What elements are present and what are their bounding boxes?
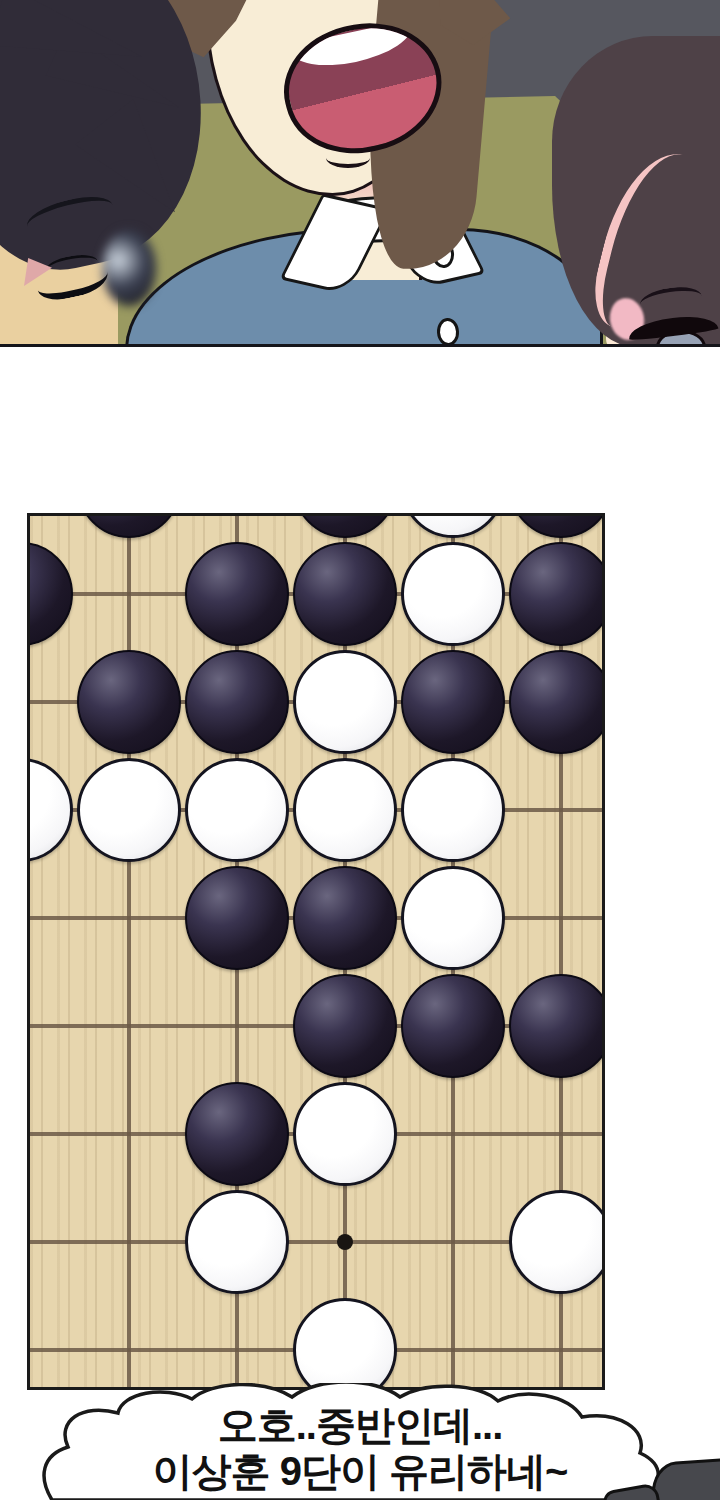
stone-white: [401, 866, 505, 970]
go-board: [27, 513, 605, 1390]
stone-white: [77, 758, 181, 862]
star-point: [337, 1234, 353, 1250]
center-character-chin-line: [326, 148, 370, 168]
stone-black: [509, 542, 605, 646]
grid-line-vertical: [127, 516, 131, 1387]
stone-white: [401, 542, 505, 646]
stone-black: [77, 650, 181, 754]
stone-black: [293, 974, 397, 1078]
speech-bubble: 오호..중반인데... 이상훈 9단이 유리하네~: [38, 1383, 682, 1500]
stone-white: [293, 650, 397, 754]
panel-border: [0, 344, 720, 347]
comic-panel-characters: [0, 0, 720, 347]
blurred-go-bowl: [102, 230, 156, 306]
stone-white: [509, 1190, 605, 1294]
stone-black: [185, 542, 289, 646]
stone-black: [509, 974, 605, 1078]
stone-black: [509, 650, 605, 754]
stone-white: [401, 513, 505, 538]
stone-black: [293, 513, 397, 538]
stone-white: [293, 1298, 397, 1390]
stone-black: [27, 542, 73, 646]
stone-white: [185, 1190, 289, 1294]
stone-black: [293, 542, 397, 646]
stone-black: [77, 513, 181, 538]
stone-white: [401, 758, 505, 862]
bubble-text-line2: 이상훈 9단이 유리하네~: [38, 1449, 682, 1493]
stone-black: [185, 1082, 289, 1186]
stone-white: [293, 1082, 397, 1186]
stone-white: [293, 758, 397, 862]
stone-black: [185, 650, 289, 754]
webtoon-page: 오호..중반인데... 이상훈 9단이 유리하네~: [0, 0, 720, 1500]
stone-black: [401, 974, 505, 1078]
stone-black: [509, 513, 605, 538]
stone-black: [401, 650, 505, 754]
stone-black: [185, 866, 289, 970]
stone-black: [293, 866, 397, 970]
stone-white: [27, 758, 73, 862]
bubble-text-line1: 오호..중반인데...: [38, 1403, 682, 1447]
stone-white: [185, 758, 289, 862]
